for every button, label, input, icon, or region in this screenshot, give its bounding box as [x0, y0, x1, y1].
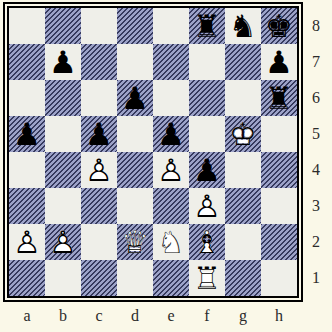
square-b5[interactable] [45, 116, 81, 152]
white-pawn: ♙ [9, 224, 45, 260]
square-f7[interactable] [189, 44, 225, 80]
square-f6[interactable] [189, 80, 225, 116]
square-d1[interactable] [117, 260, 153, 296]
file-labels: abcdefgh [9, 305, 297, 327]
square-g6[interactable] [225, 80, 261, 116]
square-h2[interactable] [261, 224, 297, 260]
square-e8[interactable] [153, 8, 189, 44]
square-c2[interactable] [81, 224, 117, 260]
black-rook: ♜ [189, 8, 225, 44]
square-d6[interactable]: ♟ [117, 80, 153, 116]
square-f5[interactable] [189, 116, 225, 152]
rank-label-6: 6 [301, 80, 331, 116]
square-e5[interactable]: ♟ [153, 116, 189, 152]
black-knight: ♞ [225, 8, 261, 44]
square-f4[interactable]: ♟ [189, 152, 225, 188]
black-pawn: ♟ [81, 116, 117, 152]
white-king: ♔ [225, 116, 261, 152]
white-pawn: ♙ [45, 224, 81, 260]
white-pawn: ♙ [81, 152, 117, 188]
file-label-d: d [117, 305, 153, 327]
square-h4[interactable] [261, 152, 297, 188]
white-pawn: ♙ [189, 188, 225, 224]
rank-label-2: 2 [301, 224, 331, 260]
black-king: ♚ [261, 8, 297, 44]
square-c3[interactable] [81, 188, 117, 224]
file-label-c: c [81, 305, 117, 327]
square-h5[interactable] [261, 116, 297, 152]
square-d8[interactable] [117, 8, 153, 44]
rank-label-1: 1 [301, 260, 331, 296]
square-a5[interactable]: ♟ [9, 116, 45, 152]
file-label-b: b [45, 305, 81, 327]
white-bishop-fill: ♝ [189, 224, 225, 260]
square-d5[interactable] [117, 116, 153, 152]
square-a7[interactable] [9, 44, 45, 80]
square-f2[interactable]: ♝♗ [189, 224, 225, 260]
square-c6[interactable] [81, 80, 117, 116]
white-knight-fill: ♞ [153, 224, 189, 260]
square-b4[interactable] [45, 152, 81, 188]
square-g4[interactable] [225, 152, 261, 188]
square-a1[interactable] [9, 260, 45, 296]
square-a2[interactable]: ♟♙ [9, 224, 45, 260]
black-pawn: ♟ [9, 116, 45, 152]
black-pawn: ♟ [153, 116, 189, 152]
white-pawn-fill: ♟ [9, 224, 45, 260]
square-g7[interactable] [225, 44, 261, 80]
file-label-g: g [225, 305, 261, 327]
file-label-h: h [261, 305, 297, 327]
square-h7[interactable]: ♟ [261, 44, 297, 80]
square-h1[interactable] [261, 260, 297, 296]
white-rook: ♖ [189, 260, 225, 296]
rank-label-5: 5 [301, 116, 331, 152]
square-c1[interactable] [81, 260, 117, 296]
white-king-fill: ♚ [225, 116, 261, 152]
square-b8[interactable] [45, 8, 81, 44]
square-a6[interactable] [9, 80, 45, 116]
rank-labels: 87654321 [301, 8, 331, 296]
square-h3[interactable] [261, 188, 297, 224]
black-rook: ♜ [261, 80, 297, 116]
square-g8[interactable]: ♞ [225, 8, 261, 44]
chess-diagram: ♜♞♚♟♟♟♜♟♟♟♚♔♟♙♟♙♟♟♙♟♙♟♙♛♕♞♘♝♗♜♖ abcdefgh… [0, 0, 332, 332]
square-e7[interactable] [153, 44, 189, 80]
square-f3[interactable]: ♟♙ [189, 188, 225, 224]
square-c8[interactable] [81, 8, 117, 44]
square-e1[interactable] [153, 260, 189, 296]
square-a3[interactable] [9, 188, 45, 224]
black-pawn: ♟ [261, 44, 297, 80]
white-pawn-fill: ♟ [153, 152, 189, 188]
rank-label-8: 8 [301, 8, 331, 44]
square-e4[interactable]: ♟♙ [153, 152, 189, 188]
rank-label-7: 7 [301, 44, 331, 80]
square-e3[interactable] [153, 188, 189, 224]
square-d2[interactable]: ♛♕ [117, 224, 153, 260]
white-queen-fill: ♛ [117, 224, 153, 260]
board-frame: ♜♞♚♟♟♟♜♟♟♟♚♔♟♙♟♙♟♟♙♟♙♟♙♛♕♞♘♝♗♜♖ [7, 6, 299, 298]
black-pawn: ♟ [189, 152, 225, 188]
square-g1[interactable] [225, 260, 261, 296]
square-c4[interactable]: ♟♙ [81, 152, 117, 188]
square-b2[interactable]: ♟♙ [45, 224, 81, 260]
file-label-f: f [189, 305, 225, 327]
square-b6[interactable] [45, 80, 81, 116]
white-pawn-fill: ♟ [189, 188, 225, 224]
square-e6[interactable] [153, 80, 189, 116]
white-rook-fill: ♜ [189, 260, 225, 296]
square-f1[interactable]: ♜♖ [189, 260, 225, 296]
file-label-e: e [153, 305, 189, 327]
square-e2[interactable]: ♞♘ [153, 224, 189, 260]
square-g3[interactable] [225, 188, 261, 224]
square-g5[interactable]: ♚♔ [225, 116, 261, 152]
square-c7[interactable] [81, 44, 117, 80]
rank-label-3: 3 [301, 188, 331, 224]
square-a4[interactable] [9, 152, 45, 188]
square-b1[interactable] [45, 260, 81, 296]
white-bishop: ♗ [189, 224, 225, 260]
white-pawn: ♙ [153, 152, 189, 188]
square-d3[interactable] [117, 188, 153, 224]
black-pawn: ♟ [45, 44, 81, 80]
white-pawn-fill: ♟ [81, 152, 117, 188]
chess-board: ♜♞♚♟♟♟♜♟♟♟♚♔♟♙♟♙♟♟♙♟♙♟♙♛♕♞♘♝♗♜♖ [3, 2, 303, 302]
square-b3[interactable] [45, 188, 81, 224]
square-g2[interactable] [225, 224, 261, 260]
rank-label-4: 4 [301, 152, 331, 188]
white-queen: ♕ [117, 224, 153, 260]
square-a8[interactable] [9, 8, 45, 44]
square-h8[interactable]: ♚ [261, 8, 297, 44]
white-pawn-fill: ♟ [45, 224, 81, 260]
black-pawn: ♟ [117, 80, 153, 116]
square-d7[interactable] [117, 44, 153, 80]
square-h6[interactable]: ♜ [261, 80, 297, 116]
square-f8[interactable]: ♜ [189, 8, 225, 44]
board-grid: ♜♞♚♟♟♟♜♟♟♟♚♔♟♙♟♙♟♟♙♟♙♟♙♛♕♞♘♝♗♜♖ [9, 8, 297, 296]
file-label-a: a [9, 305, 45, 327]
white-knight: ♘ [153, 224, 189, 260]
square-d4[interactable] [117, 152, 153, 188]
square-b7[interactable]: ♟ [45, 44, 81, 80]
square-c5[interactable]: ♟ [81, 116, 117, 152]
